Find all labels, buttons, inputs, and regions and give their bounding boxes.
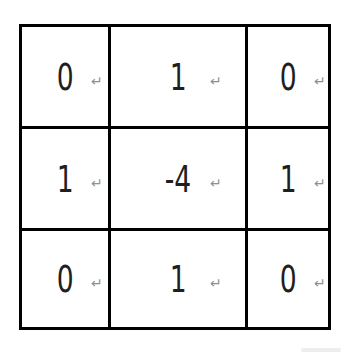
- paragraph-mark-icon: ↵: [210, 176, 222, 190]
- cell-r2c1: 1 ↵: [111, 231, 245, 327]
- cell-value: 0: [280, 260, 297, 298]
- cell-r0c2: 0 ↵: [248, 27, 328, 126]
- cell-r0c1: 1 ↵: [111, 27, 245, 126]
- page: 0 ↵ 1 ↵ 0 ↵ 1 ↵ -4 ↵ 1 ↵ 0 ↵ 1 ↵: [0, 0, 346, 362]
- cell-value: 1: [170, 58, 187, 96]
- paragraph-mark-icon: ↵: [91, 176, 103, 190]
- watermark-smudge: [301, 348, 341, 352]
- cell-value: 0: [57, 260, 74, 298]
- paragraph-mark-icon: ↵: [314, 74, 326, 88]
- paragraph-mark-icon: ↵: [91, 276, 103, 290]
- cell-value: 1: [170, 260, 187, 298]
- cell-r0c0: 0 ↵: [22, 27, 108, 126]
- paragraph-mark-icon: ↵: [314, 276, 326, 290]
- cell-value: 1: [57, 160, 74, 198]
- cell-r2c0: 0 ↵: [22, 231, 108, 327]
- cell-value: -4: [165, 160, 192, 198]
- cell-r2c2: 0 ↵: [248, 231, 328, 327]
- cell-r1c1: -4 ↵: [111, 129, 245, 228]
- paragraph-mark-icon: ↵: [91, 74, 103, 88]
- paragraph-mark-icon: ↵: [210, 276, 222, 290]
- cell-r1c0: 1 ↵: [22, 129, 108, 228]
- cell-value: 0: [280, 58, 297, 96]
- cell-r1c2: 1 ↵: [248, 129, 328, 228]
- paragraph-mark-icon: ↵: [314, 176, 326, 190]
- cell-value: 1: [280, 160, 297, 198]
- cell-value: 0: [57, 58, 74, 96]
- kernel-grid: 0 ↵ 1 ↵ 0 ↵ 1 ↵ -4 ↵ 1 ↵ 0 ↵ 1 ↵: [19, 24, 331, 330]
- paragraph-mark-icon: ↵: [210, 74, 222, 88]
